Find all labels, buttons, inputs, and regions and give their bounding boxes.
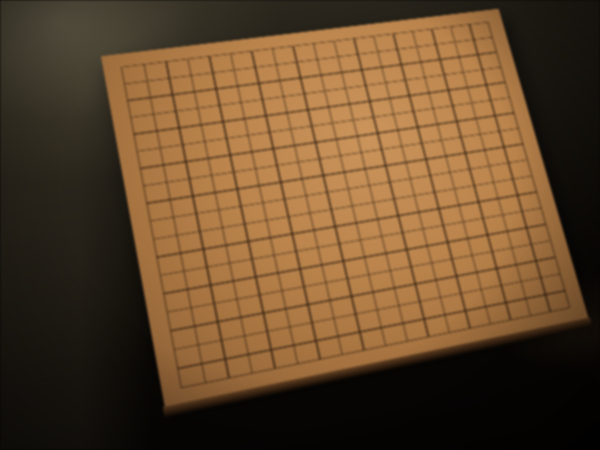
photo-scene [0,0,600,450]
